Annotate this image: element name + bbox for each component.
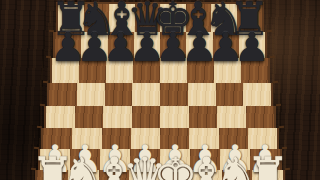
frame-notch (275, 103, 280, 106)
board-squares: ♜♞♝♛♚♝♞♜♟♟♟♟♟♟♟♟♟♟♟♟♟♟♟♟♜♞♝♛♚♝♞♜ (0, 2, 320, 180)
square-f5[interactable] (188, 83, 216, 106)
frame-notch (272, 80, 277, 83)
board-rank-5 (47, 83, 273, 106)
square-e5[interactable] (160, 83, 188, 106)
frame-notch (278, 125, 283, 128)
square-a4[interactable] (46, 106, 75, 128)
frame-notch (39, 103, 44, 106)
square-h7[interactable]: ♟ (239, 32, 265, 58)
square-b5[interactable] (77, 83, 105, 106)
square-e4[interactable] (160, 106, 189, 128)
square-d5[interactable] (132, 83, 160, 106)
board-rank-1: ♜♞♝♛♚♝♞♜ (35, 170, 285, 181)
square-g4[interactable] (217, 106, 246, 128)
board-rank-4 (44, 106, 276, 128)
square-c5[interactable] (105, 83, 133, 106)
table-background: ♜♞♝♛♚♝♞♜♟♟♟♟♟♟♟♟♟♟♟♟♟♟♟♟♜♞♝♛♚♝♞♜ (0, 0, 320, 180)
square-g5[interactable] (216, 83, 244, 106)
square-h5[interactable] (243, 83, 271, 106)
square-a5[interactable] (49, 83, 77, 106)
square-c4[interactable] (103, 106, 132, 128)
square-d4[interactable] (132, 106, 161, 128)
frame-notch (36, 125, 41, 128)
square-f4[interactable] (189, 106, 218, 128)
frame-notch (42, 80, 47, 83)
chess-board: ♜♞♝♛♚♝♞♜♟♟♟♟♟♟♟♟♟♟♟♟♟♟♟♟♜♞♝♛♚♝♞♜ (0, 0, 320, 180)
square-b4[interactable] (75, 106, 104, 128)
black-pawn[interactable]: ♟ (234, 27, 270, 67)
board-rank-7: ♟♟♟♟♟♟♟♟ (53, 32, 267, 58)
white-rook[interactable]: ♜ (245, 151, 290, 181)
square-h1[interactable]: ♜ (252, 170, 283, 181)
square-h4[interactable] (246, 106, 275, 128)
